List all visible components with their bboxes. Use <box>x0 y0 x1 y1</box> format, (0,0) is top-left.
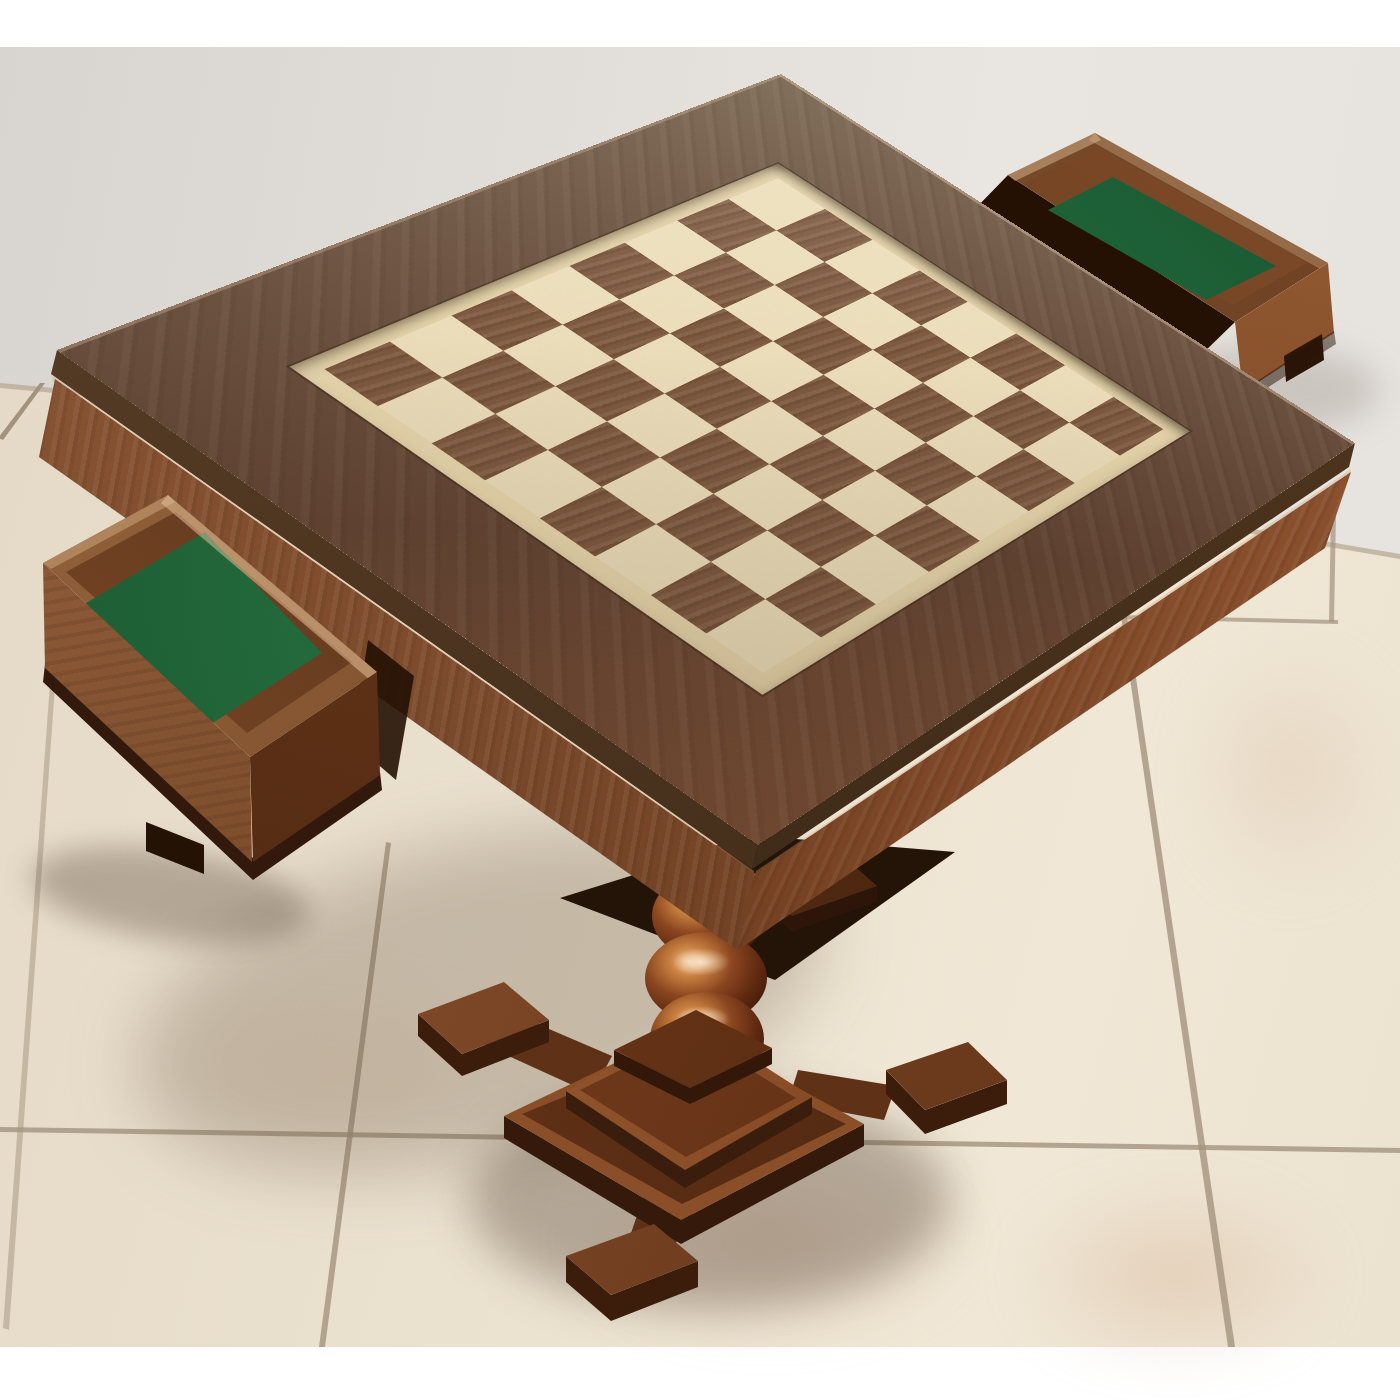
photo-canvas <box>0 0 1400 1400</box>
gloss-highlight <box>676 1006 730 1032</box>
marble-vein <box>1010 1180 1340 1370</box>
marble-vein <box>1180 640 1400 900</box>
gloss-highlight <box>672 948 730 976</box>
base-cast-shadow <box>470 1090 950 1310</box>
gloss-highlight <box>678 886 730 912</box>
